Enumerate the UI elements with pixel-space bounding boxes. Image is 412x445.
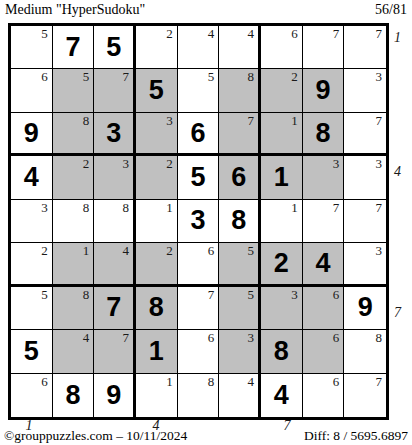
candidate-hint: 6 (208, 243, 215, 259)
candidate-hint: 8 (83, 113, 90, 129)
cell-r2c3[interactable]: 7 (94, 69, 136, 112)
cell-r3c9[interactable]: 7 (344, 113, 386, 156)
cell-r1c2[interactable]: 7 (53, 26, 95, 69)
cell-r9c4[interactable]: 1 (136, 374, 178, 417)
cell-r6c2[interactable]: 1 (53, 243, 95, 286)
candidate-hint: 7 (333, 200, 340, 216)
cell-r6c9[interactable]: 3 (344, 243, 386, 286)
candidate-hint: 3 (248, 330, 255, 346)
candidate-hint: 1 (166, 200, 173, 216)
cell-r1c7[interactable]: 6 (261, 26, 303, 69)
cell-r1c3[interactable]: 5 (94, 26, 136, 69)
cell-r2c5[interactable]: 5 (178, 69, 220, 112)
cell-r8c5[interactable]: 6 (178, 330, 220, 373)
candidate-hint: 4 (123, 243, 130, 259)
cell-r2c6[interactable]: 8 (219, 69, 261, 112)
candidate-hint: 8 (83, 200, 90, 216)
cell-r6c1[interactable]: 2 (11, 243, 53, 286)
cell-value: 5 (11, 330, 52, 372)
cell-r7c2[interactable]: 8 (53, 287, 95, 330)
cell-value: 1 (136, 330, 177, 372)
cell-value: 4 (261, 374, 302, 417)
cell-r5c4[interactable]: 1 (136, 200, 178, 243)
candidate-hint: 7 (333, 26, 340, 42)
sudoku-board: 5752446776575582939833671874232561333881… (8, 23, 389, 420)
candidate-hint: 8 (123, 200, 130, 216)
candidate-hint: 3 (166, 113, 173, 129)
candidate-hint: 3 (41, 200, 48, 216)
cell-r9c5[interactable]: 8 (178, 374, 220, 417)
cell-r9c9[interactable]: 7 (344, 374, 386, 417)
candidate-hint: 1 (291, 113, 298, 129)
row-coordinate-1: 1 (394, 30, 410, 46)
cell-value: 4 (303, 243, 344, 283)
cell-value: 8 (53, 374, 94, 417)
cell-value: 5 (178, 156, 219, 198)
candidate-hint: 8 (248, 69, 255, 85)
candidate-hint: 6 (41, 69, 48, 85)
candidate-hint: 6 (41, 374, 48, 390)
candidate-hint: 3 (333, 156, 340, 172)
cell-r5c5[interactable]: 3 (178, 200, 220, 243)
cell-r9c3[interactable]: 9 (94, 374, 136, 417)
candidate-hint: 1 (291, 200, 298, 216)
candidate-hint: 4 (248, 26, 255, 42)
candidate-hint: 2 (291, 69, 298, 85)
cell-r9c1[interactable]: 6 (11, 374, 53, 417)
cell-value: 3 (178, 200, 219, 242)
candidate-hint: 2 (166, 243, 173, 259)
candidate-hint: 3 (123, 156, 130, 172)
progress-counter: 56/81 (375, 2, 407, 18)
cell-r8c2[interactable]: 4 (53, 330, 95, 373)
candidate-hint: 6 (333, 330, 340, 346)
cell-r3c6[interactable]: 7 (219, 113, 261, 156)
cell-r9c8[interactable]: 6 (303, 374, 345, 417)
cell-r7c5[interactable]: 7 (178, 287, 220, 330)
cell-value: 3 (94, 113, 133, 153)
cell-value: 8 (219, 200, 258, 242)
cell-r6c5[interactable]: 6 (178, 243, 220, 286)
candidate-hint: 2 (166, 156, 173, 172)
cell-r8c1[interactable]: 5 (11, 330, 53, 373)
cell-r5c6[interactable]: 8 (219, 200, 261, 243)
cell-value: 8 (261, 330, 302, 372)
cell-r3c5[interactable]: 6 (178, 113, 220, 156)
cell-r4c8[interactable]: 3 (303, 156, 345, 199)
candidate-hint: 8 (208, 374, 215, 390)
cell-r7c1[interactable]: 5 (11, 287, 53, 330)
cell-r5c8[interactable]: 7 (303, 200, 345, 243)
cell-value: 9 (94, 374, 133, 417)
cell-r6c6[interactable]: 5 (219, 243, 261, 286)
candidate-hint: 4 (208, 26, 215, 42)
candidate-hint: 3 (376, 156, 383, 172)
cell-r1c6[interactable]: 4 (219, 26, 261, 69)
cell-r3c1[interactable]: 9 (11, 113, 53, 156)
col-coordinate-7: 7 (276, 418, 298, 434)
cell-r5c2[interactable]: 8 (53, 200, 95, 243)
cell-r9c6[interactable]: 4 (219, 374, 261, 417)
cell-r2c4[interactable]: 5 (136, 69, 178, 112)
candidate-hint: 7 (248, 113, 255, 129)
candidate-hint: 6 (291, 26, 298, 42)
cell-r8c9[interactable]: 8 (344, 330, 386, 373)
cell-r4c7[interactable]: 1 (261, 156, 303, 199)
cell-r1c1[interactable]: 5 (11, 26, 53, 69)
row-coordinate-7: 7 (394, 305, 410, 321)
candidate-hint: 3 (376, 243, 383, 259)
candidate-hint: 2 (41, 243, 48, 259)
cell-r2c8[interactable]: 9 (303, 69, 345, 112)
cell-r3c7[interactable]: 1 (261, 113, 303, 156)
cell-r8c6[interactable]: 3 (219, 330, 261, 373)
candidate-hint: 7 (208, 287, 215, 303)
candidate-hint: 7 (376, 113, 383, 129)
candidate-hint: 7 (376, 26, 383, 42)
cell-r4c4[interactable]: 2 (136, 156, 178, 199)
cell-value: 6 (178, 113, 219, 153)
cell-value: 7 (94, 287, 133, 329)
cell-r2c9[interactable]: 3 (344, 69, 386, 112)
candidate-hint: 1 (166, 374, 173, 390)
cell-r7c3[interactable]: 7 (94, 287, 136, 330)
cell-value: 4 (11, 156, 52, 198)
cell-r6c7[interactable]: 2 (261, 243, 303, 286)
copyright-text: ©grouppuzzles.com – 10/11/2024 (4, 428, 187, 444)
cell-r4c3[interactable]: 3 (94, 156, 136, 199)
cell-r8c7[interactable]: 8 (261, 330, 303, 373)
cell-r8c3[interactable]: 7 (94, 330, 136, 373)
cell-value: 1 (261, 156, 302, 198)
candidate-hint: 5 (41, 287, 48, 303)
candidate-hint: 5 (248, 287, 255, 303)
cell-r3c8[interactable]: 8 (303, 113, 345, 156)
cell-r6c3[interactable]: 4 (94, 243, 136, 286)
candidate-hint: 1 (83, 243, 90, 259)
candidate-hint: 2 (166, 26, 173, 42)
cell-r3c3[interactable]: 3 (94, 113, 136, 156)
cell-value: 9 (11, 113, 52, 153)
candidate-hint: 7 (123, 69, 130, 85)
candidate-hint: 4 (83, 330, 90, 346)
cell-r7c6[interactable]: 5 (219, 287, 261, 330)
cell-r7c7[interactable]: 3 (261, 287, 303, 330)
candidate-hint: 5 (208, 69, 215, 85)
cell-r7c8[interactable]: 6 (303, 287, 345, 330)
cell-value: 9 (344, 287, 386, 329)
cell-r9c7[interactable]: 4 (261, 374, 303, 417)
candidate-hint: 7 (376, 374, 383, 390)
cell-r2c1[interactable]: 6 (11, 69, 53, 112)
cell-value: 7 (53, 26, 94, 68)
candidate-hint: 2 (83, 156, 90, 172)
cell-r4c1[interactable]: 4 (11, 156, 53, 199)
candidate-hint: 6 (333, 287, 340, 303)
candidate-hint: 8 (83, 287, 90, 303)
cell-value: 6 (219, 156, 258, 198)
cell-r8c8[interactable]: 6 (303, 330, 345, 373)
row-coordinate-4: 4 (394, 164, 410, 180)
cell-r3c4[interactable]: 3 (136, 113, 178, 156)
cell-r2c7[interactable]: 2 (261, 69, 303, 112)
cell-r4c5[interactable]: 5 (178, 156, 220, 199)
cell-r5c7[interactable]: 1 (261, 200, 303, 243)
cell-r1c9[interactable]: 7 (344, 26, 386, 69)
cell-r8c4[interactable]: 1 (136, 330, 178, 373)
candidate-hint: 6 (208, 330, 215, 346)
cell-value: 8 (303, 113, 344, 153)
cell-r1c8[interactable]: 7 (303, 26, 345, 69)
candidate-hint: 5 (41, 26, 48, 42)
cell-r5c1[interactable]: 3 (11, 200, 53, 243)
difficulty-text: Diff: 8 / 5695.6897 (304, 428, 408, 444)
cell-r1c5[interactable]: 4 (178, 26, 220, 69)
cell-r5c3[interactable]: 8 (94, 200, 136, 243)
cell-r9c2[interactable]: 8 (53, 374, 95, 417)
cell-value: 5 (136, 69, 177, 111)
cell-r3c2[interactable]: 8 (53, 113, 95, 156)
cell-r4c2[interactable]: 2 (53, 156, 95, 199)
cell-r6c4[interactable]: 2 (136, 243, 178, 286)
cell-value: 2 (261, 243, 302, 283)
candidate-hint: 3 (376, 69, 383, 85)
candidate-hint: 5 (83, 69, 90, 85)
cell-r7c9[interactable]: 9 (344, 287, 386, 330)
cell-r4c9[interactable]: 3 (344, 156, 386, 199)
cell-r6c8[interactable]: 4 (303, 243, 345, 286)
cell-r1c4[interactable]: 2 (136, 26, 178, 69)
page-title: Medium "HyperSudoku" (5, 2, 145, 18)
cell-r5c9[interactable]: 7 (344, 200, 386, 243)
candidate-hint: 8 (376, 330, 383, 346)
cell-value: 9 (303, 69, 344, 111)
cell-value: 5 (94, 26, 133, 68)
candidate-hint: 7 (123, 330, 130, 346)
candidate-hint: 5 (248, 243, 255, 259)
candidate-hint: 3 (291, 287, 298, 303)
cell-value: 8 (136, 287, 177, 329)
cell-r4c6[interactable]: 6 (219, 156, 261, 199)
cell-r2c2[interactable]: 5 (53, 69, 95, 112)
candidate-hint: 6 (333, 374, 340, 390)
candidate-hint: 4 (248, 374, 255, 390)
candidate-hint: 7 (376, 200, 383, 216)
cell-r7c4[interactable]: 8 (136, 287, 178, 330)
